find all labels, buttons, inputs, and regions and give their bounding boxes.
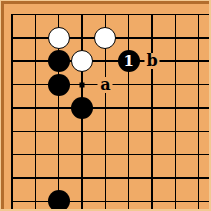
grid-line-vertical <box>11 14 12 209</box>
black-stone <box>48 190 70 209</box>
grid-line-vertical <box>151 14 152 209</box>
point-label-a: a <box>98 77 113 93</box>
white-stone <box>71 50 93 72</box>
grid-line-horizontal <box>11 154 209 155</box>
black-stone <box>48 50 70 72</box>
grid-line-vertical <box>128 14 129 209</box>
move-number-label: 1 <box>123 54 133 69</box>
grid-line-vertical <box>175 14 176 209</box>
grid-line-vertical <box>198 14 199 209</box>
go-diagram: ab1 <box>0 0 211 211</box>
go-board: ab1 <box>4 4 209 209</box>
black-stone <box>71 97 93 119</box>
grid-line-horizontal <box>11 60 209 61</box>
grid-line-horizontal <box>11 107 209 108</box>
point-label-b: b <box>145 53 160 69</box>
grid-line-vertical <box>35 14 36 209</box>
grid-line-horizontal <box>11 14 209 15</box>
white-stone <box>48 27 70 49</box>
black-stone <box>48 74 70 96</box>
grid-line-horizontal <box>11 131 209 132</box>
grid-line-horizontal <box>11 201 209 202</box>
white-stone <box>94 27 116 49</box>
hoshi-star-point-marker <box>80 82 85 87</box>
move-1-stone: 1 <box>118 50 140 72</box>
grid-line-horizontal <box>11 177 209 178</box>
